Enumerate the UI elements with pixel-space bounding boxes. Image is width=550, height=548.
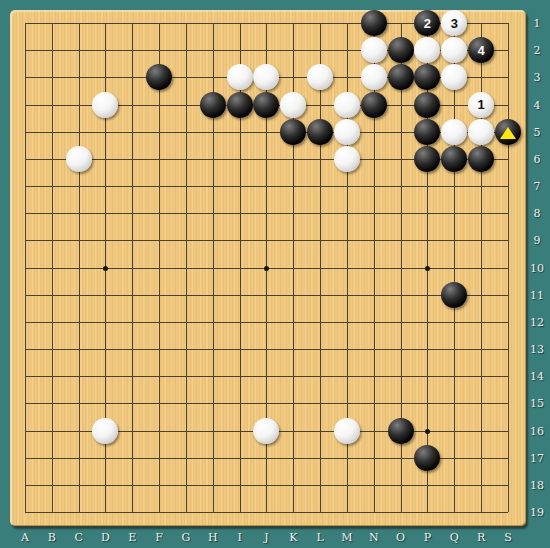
column-label: B xyxy=(42,531,62,544)
column-label: N xyxy=(364,531,384,544)
column-label: E xyxy=(122,531,142,544)
row-label: 6 xyxy=(527,153,547,166)
stone-black[interactable] xyxy=(307,119,333,145)
grid-hline xyxy=(25,376,508,377)
row-label: 15 xyxy=(527,397,547,410)
row-label: 4 xyxy=(527,99,547,112)
stone-black[interactable] xyxy=(361,92,387,118)
grid-hline xyxy=(25,295,508,296)
stone-black[interactable] xyxy=(468,37,494,63)
stone-black[interactable] xyxy=(414,445,440,471)
stone-black[interactable] xyxy=(388,418,414,444)
column-label: K xyxy=(283,531,303,544)
column-label: I xyxy=(230,531,250,544)
star-point xyxy=(425,266,430,271)
stone-white[interactable] xyxy=(441,64,467,90)
row-label: 5 xyxy=(527,126,547,139)
column-label: P xyxy=(417,531,437,544)
stone-black[interactable] xyxy=(227,92,253,118)
stone-white[interactable] xyxy=(441,37,467,63)
row-label: 3 xyxy=(527,71,547,84)
stone-black[interactable] xyxy=(495,119,521,145)
stone-white[interactable] xyxy=(92,92,118,118)
row-label: 19 xyxy=(527,506,547,519)
row-label: 16 xyxy=(527,425,547,438)
stone-white[interactable] xyxy=(253,64,279,90)
stone-white[interactable] xyxy=(334,119,360,145)
column-label: D xyxy=(95,531,115,544)
stone-black[interactable] xyxy=(253,92,279,118)
column-label: G xyxy=(176,531,196,544)
grid-vline xyxy=(320,23,321,512)
go-board: 1234 xyxy=(10,10,526,526)
star-point xyxy=(425,429,430,434)
stone-white[interactable] xyxy=(227,64,253,90)
grid-hline xyxy=(25,322,508,323)
row-label: 11 xyxy=(527,289,547,302)
column-label: Q xyxy=(444,531,464,544)
stone-black[interactable] xyxy=(361,10,387,36)
stone-black[interactable] xyxy=(414,146,440,172)
row-label: 1 xyxy=(527,17,547,30)
stone-white[interactable] xyxy=(253,418,279,444)
stone-black[interactable] xyxy=(414,92,440,118)
stone-white[interactable] xyxy=(280,92,306,118)
stone-white[interactable] xyxy=(468,119,494,145)
row-label: 12 xyxy=(527,316,547,329)
stone-black[interactable] xyxy=(414,10,440,36)
stone-white[interactable] xyxy=(441,10,467,36)
row-label: 7 xyxy=(527,180,547,193)
row-label: 13 xyxy=(527,343,547,356)
column-label: R xyxy=(471,531,491,544)
stone-black[interactable] xyxy=(280,119,306,145)
stone-white[interactable] xyxy=(361,64,387,90)
grid-hline xyxy=(25,403,508,404)
row-label: 10 xyxy=(527,262,547,275)
stone-white[interactable] xyxy=(441,119,467,145)
stone-black[interactable] xyxy=(414,119,440,145)
stone-white[interactable] xyxy=(334,418,360,444)
row-label: 9 xyxy=(527,234,547,247)
stone-black[interactable] xyxy=(441,282,467,308)
grid-vline xyxy=(508,23,509,512)
stone-black[interactable] xyxy=(414,64,440,90)
column-label: C xyxy=(69,531,89,544)
stone-black[interactable] xyxy=(388,37,414,63)
stone-white[interactable] xyxy=(361,37,387,63)
row-label: 17 xyxy=(527,452,547,465)
stone-black[interactable] xyxy=(200,92,226,118)
stone-black[interactable] xyxy=(441,146,467,172)
star-point xyxy=(103,266,108,271)
row-label: 8 xyxy=(527,207,547,220)
grid-hline xyxy=(25,485,508,486)
row-label: 18 xyxy=(527,479,547,492)
stone-black[interactable] xyxy=(146,64,172,90)
stone-black[interactable] xyxy=(388,64,414,90)
column-label: J xyxy=(256,531,276,544)
column-label: S xyxy=(498,531,518,544)
column-label: H xyxy=(203,531,223,544)
stone-white[interactable] xyxy=(334,92,360,118)
column-label: A xyxy=(15,531,35,544)
grid-hline xyxy=(25,349,508,350)
stone-white[interactable] xyxy=(307,64,333,90)
column-label: L xyxy=(310,531,330,544)
stone-white[interactable] xyxy=(92,418,118,444)
row-label: 2 xyxy=(527,44,547,57)
grid-vline xyxy=(454,23,455,512)
stone-white[interactable] xyxy=(66,146,92,172)
grid-hline xyxy=(25,512,508,513)
star-point xyxy=(264,266,269,271)
go-diagram: 1234 ABCDEFGHIJKLMNOPQRS 123456789101112… xyxy=(0,0,550,548)
stone-white[interactable] xyxy=(468,92,494,118)
column-label: O xyxy=(391,531,411,544)
row-label: 14 xyxy=(527,370,547,383)
stone-white[interactable] xyxy=(414,37,440,63)
stone-white[interactable] xyxy=(334,146,360,172)
column-label: M xyxy=(337,531,357,544)
column-label: F xyxy=(149,531,169,544)
stone-black[interactable] xyxy=(468,146,494,172)
